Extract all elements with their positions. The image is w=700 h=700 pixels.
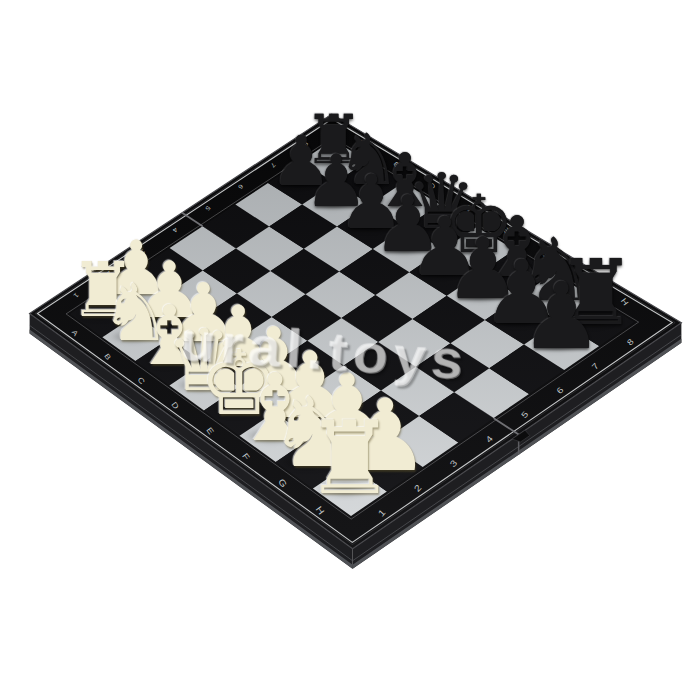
product-photo: ABCDEFGH1234567812345678ABCDEFGH ♜♞♟♝♟♟♛… xyxy=(0,0,700,700)
piece-white-rook-h1[interactable]: ♜ xyxy=(305,408,395,509)
piece-black-pawn-h7[interactable]: ♟ xyxy=(520,271,602,363)
